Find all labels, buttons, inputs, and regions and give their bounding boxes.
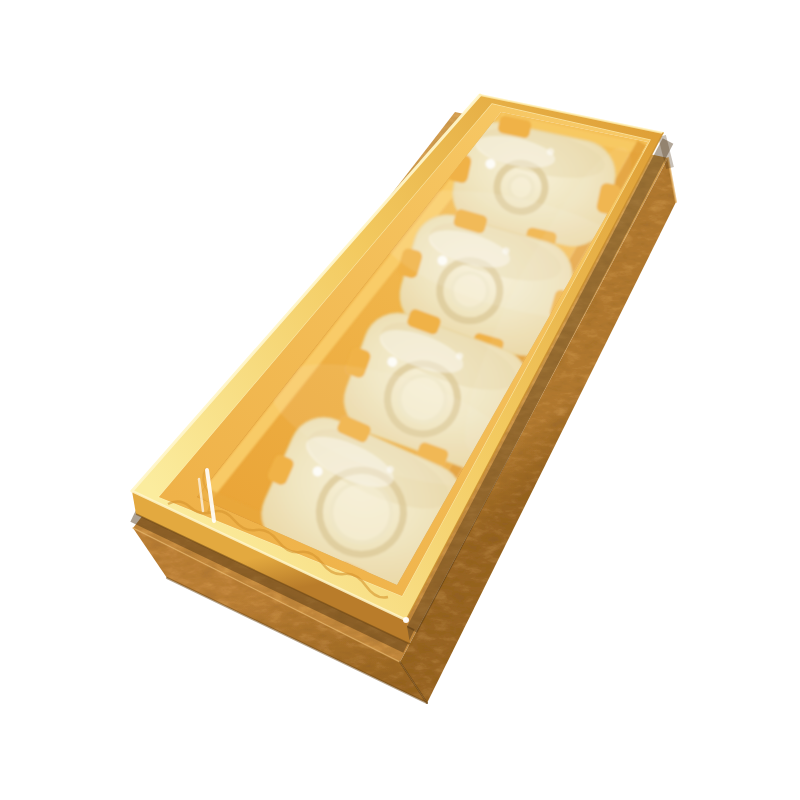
product-photo xyxy=(0,0,800,800)
rim-sparkle xyxy=(403,617,409,623)
product-image xyxy=(0,0,800,800)
